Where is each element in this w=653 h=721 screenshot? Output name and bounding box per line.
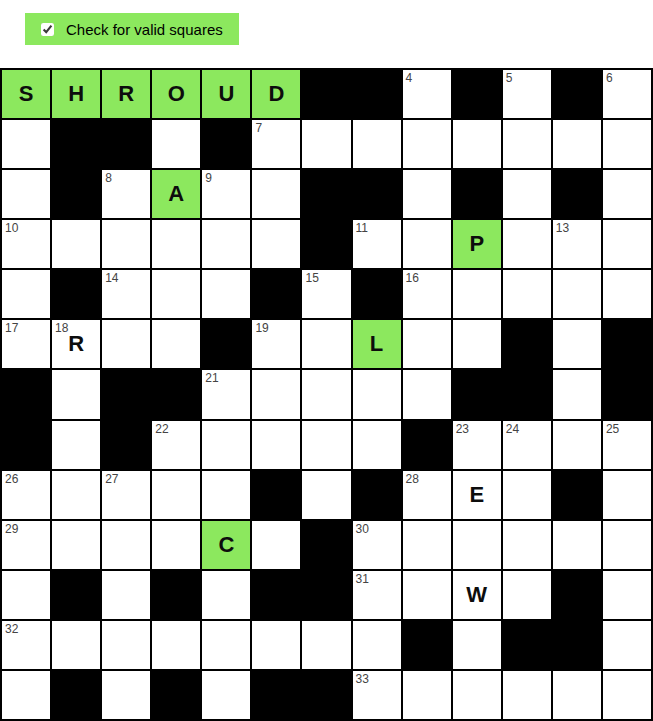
cell-r5c1[interactable]: [2, 270, 50, 318]
cell-r3c11[interactable]: [503, 170, 551, 218]
cell-r11c3[interactable]: [102, 571, 150, 619]
black-cell-r7c4: [152, 370, 200, 418]
clue-number-19: 19: [255, 321, 268, 335]
cell-r11c8[interactable]: 31: [353, 571, 401, 619]
cell-r4c2[interactable]: [52, 220, 100, 268]
cell-r2c1[interactable]: [2, 120, 50, 168]
cell-r13c13[interactable]: [603, 671, 651, 719]
cell-r5c3[interactable]: 14: [102, 270, 150, 318]
cell-r8c13[interactable]: 25: [603, 421, 651, 469]
black-cell-r13c4: [152, 671, 200, 719]
cell-r13c11[interactable]: [503, 671, 551, 719]
check-valid-squares-checkbox[interactable]: [41, 23, 54, 36]
black-cell-r3c2: [52, 170, 100, 218]
clue-number-32: 32: [5, 622, 18, 636]
black-cell-r11c4: [152, 571, 200, 619]
cell-r2c12[interactable]: [553, 120, 601, 168]
black-cell-r12c12: [553, 621, 601, 669]
black-cell-r3c7: [302, 170, 350, 218]
black-cell-r3c12: [553, 170, 601, 218]
cell-letter: C: [202, 521, 250, 569]
check-valid-squares-label: Check for valid squares: [66, 21, 223, 38]
black-cell-r1c8: [353, 70, 401, 118]
cell-r9c11[interactable]: [503, 471, 551, 519]
cell-r10c2[interactable]: [52, 521, 100, 569]
cell-r6c6[interactable]: 19: [252, 320, 300, 368]
cell-r2c6[interactable]: 7: [252, 120, 300, 168]
check-valid-squares-control: Check for valid squares: [25, 13, 239, 45]
cell-r12c2[interactable]: [52, 621, 100, 669]
cell-r3c5[interactable]: 9: [202, 170, 250, 218]
black-cell-r12c11: [503, 621, 551, 669]
cell-r9c5[interactable]: [202, 471, 250, 519]
clue-number-31: 31: [356, 572, 369, 586]
cell-r10c13[interactable]: [603, 521, 651, 569]
cell-r7c8[interactable]: [353, 370, 401, 418]
cell-r6c3[interactable]: [102, 320, 150, 368]
black-cell-r11c6: [252, 571, 300, 619]
clue-number-33: 33: [356, 672, 369, 686]
black-cell-r6c13: [603, 320, 651, 368]
cell-r6c12[interactable]: [553, 320, 601, 368]
black-cell-r4c7: [302, 220, 350, 268]
cell-r3c13[interactable]: [603, 170, 651, 218]
cell-r12c10[interactable]: [453, 621, 501, 669]
cell-r7c5[interactable]: 21: [202, 370, 250, 418]
cell-r11c9[interactable]: [403, 571, 451, 619]
cell-r5c7[interactable]: 15: [302, 270, 350, 318]
cell-r4c10[interactable]: P: [453, 220, 501, 268]
cell-r13c10[interactable]: [453, 671, 501, 719]
clue-number-22: 22: [155, 422, 168, 436]
cell-r3c3[interactable]: 8: [102, 170, 150, 218]
cell-r5c13[interactable]: [603, 270, 651, 318]
cell-r9c3[interactable]: 27: [102, 471, 150, 519]
cell-r9c7[interactable]: [302, 471, 350, 519]
cell-r4c1[interactable]: 10: [2, 220, 50, 268]
cell-r4c4[interactable]: [152, 220, 200, 268]
cell-r12c6[interactable]: [252, 621, 300, 669]
cell-r8c2[interactable]: [52, 421, 100, 469]
clue-number-30: 30: [356, 522, 369, 536]
clue-number-13: 13: [556, 221, 569, 235]
black-cell-r13c6: [252, 671, 300, 719]
cell-r10c8[interactable]: 30: [353, 521, 401, 569]
clue-number-27: 27: [105, 472, 118, 486]
cell-r4c5[interactable]: [202, 220, 250, 268]
cell-r8c5[interactable]: [202, 421, 250, 469]
black-cell-r7c13: [603, 370, 651, 418]
cell-r8c12[interactable]: [553, 421, 601, 469]
cell-r12c3[interactable]: [102, 621, 150, 669]
black-cell-r3c10: [453, 170, 501, 218]
cell-r10c9[interactable]: [403, 521, 451, 569]
cell-letter: E: [453, 471, 501, 519]
black-cell-r13c2: [52, 671, 100, 719]
cell-r4c11[interactable]: [503, 220, 551, 268]
cell-r7c2[interactable]: [52, 370, 100, 418]
cell-r4c6[interactable]: [252, 220, 300, 268]
cell-r7c9[interactable]: [403, 370, 451, 418]
cell-letter: S: [2, 70, 50, 118]
clue-number-9: 9: [205, 171, 212, 185]
black-cell-r8c9: [403, 421, 451, 469]
cell-r13c8[interactable]: 33: [353, 671, 401, 719]
cell-r10c10[interactable]: [453, 521, 501, 569]
cell-r4c12[interactable]: 13: [553, 220, 601, 268]
cell-r8c8[interactable]: [353, 421, 401, 469]
cell-r12c7[interactable]: [302, 621, 350, 669]
black-cell-r7c11: [503, 370, 551, 418]
black-cell-r12c9: [403, 621, 451, 669]
black-cell-r11c2: [52, 571, 100, 619]
black-cell-r13c7: [302, 671, 350, 719]
black-cell-r6c5: [202, 320, 250, 368]
cell-r10c5[interactable]: C: [202, 521, 250, 569]
cell-r10c1[interactable]: 29: [2, 521, 50, 569]
black-cell-r6c11: [503, 320, 551, 368]
cell-r1c9[interactable]: 4: [403, 70, 451, 118]
cell-r1c2[interactable]: H: [52, 70, 100, 118]
cell-r1c3[interactable]: R: [102, 70, 150, 118]
cell-r10c12[interactable]: [553, 521, 601, 569]
cell-r6c4[interactable]: [152, 320, 200, 368]
cell-r12c4[interactable]: [152, 621, 200, 669]
cell-r9c13[interactable]: [603, 471, 651, 519]
cell-r8c7[interactable]: [302, 421, 350, 469]
cell-r12c5[interactable]: [202, 621, 250, 669]
cell-letter: H: [52, 70, 100, 118]
cell-r10c3[interactable]: [102, 521, 150, 569]
cell-r11c10[interactable]: W: [453, 571, 501, 619]
clue-number-16: 16: [406, 271, 419, 285]
cell-r12c1[interactable]: 32: [2, 621, 50, 669]
cell-r1c6[interactable]: D: [252, 70, 300, 118]
cell-r7c7[interactable]: [302, 370, 350, 418]
clue-number-21: 21: [205, 371, 218, 385]
cell-r2c7[interactable]: [302, 120, 350, 168]
black-cell-r11c7: [302, 571, 350, 619]
cell-r1c13[interactable]: 6: [603, 70, 651, 118]
cell-r5c11[interactable]: [503, 270, 551, 318]
cell-r4c9[interactable]: [403, 220, 451, 268]
cell-r6c9[interactable]: [403, 320, 451, 368]
clue-number-17: 17: [5, 321, 18, 335]
cell-r5c5[interactable]: [202, 270, 250, 318]
cell-r6c7[interactable]: [302, 320, 350, 368]
clue-number-28: 28: [406, 472, 419, 486]
cell-r8c6[interactable]: [252, 421, 300, 469]
black-cell-r3c8: [353, 170, 401, 218]
cell-r1c5[interactable]: U: [202, 70, 250, 118]
black-cell-r5c2: [52, 270, 100, 318]
cell-r13c9[interactable]: [403, 671, 451, 719]
cell-r9c9[interactable]: 28: [403, 471, 451, 519]
crossword-board: SHROUD45678A91011P131415161718R19L212223…: [0, 68, 653, 721]
cell-r13c5[interactable]: [202, 671, 250, 719]
cell-r10c11[interactable]: [503, 521, 551, 569]
cell-letter: U: [202, 70, 250, 118]
cell-r3c9[interactable]: [403, 170, 451, 218]
cell-r8c10[interactable]: 23: [453, 421, 501, 469]
cell-r10c6[interactable]: [252, 521, 300, 569]
clue-number-25: 25: [606, 422, 619, 436]
cell-letter: L: [353, 320, 401, 368]
cell-r9c4[interactable]: [152, 471, 200, 519]
cell-r4c13[interactable]: [603, 220, 651, 268]
cell-r5c12[interactable]: [553, 270, 601, 318]
cell-r1c4[interactable]: O: [152, 70, 200, 118]
cell-r11c5[interactable]: [202, 571, 250, 619]
cell-r2c4[interactable]: [152, 120, 200, 168]
black-cell-r7c1: [2, 370, 50, 418]
clue-number-14: 14: [105, 271, 118, 285]
clue-number-6: 6: [606, 71, 613, 85]
cell-r3c1[interactable]: [2, 170, 50, 218]
cell-r12c8[interactable]: [353, 621, 401, 669]
black-cell-r9c6: [252, 471, 300, 519]
black-cell-r7c3: [102, 370, 150, 418]
cell-r2c8[interactable]: [353, 120, 401, 168]
cell-r11c11[interactable]: [503, 571, 551, 619]
black-cell-r1c12: [553, 70, 601, 118]
cell-r4c3[interactable]: [102, 220, 150, 268]
black-cell-r8c3: [102, 421, 150, 469]
cell-r12c13[interactable]: [603, 621, 651, 669]
cell-r3c6[interactable]: [252, 170, 300, 218]
clue-number-23: 23: [456, 422, 469, 436]
black-cell-r9c12: [553, 471, 601, 519]
cell-letter: P: [453, 220, 501, 268]
cell-r9c1[interactable]: 26: [2, 471, 50, 519]
clue-number-7: 7: [255, 121, 262, 135]
black-cell-r1c7: [302, 70, 350, 118]
cell-r1c11[interactable]: 5: [503, 70, 551, 118]
cell-r6c2[interactable]: 18R: [52, 320, 100, 368]
black-cell-r2c5: [202, 120, 250, 168]
black-cell-r2c2: [52, 120, 100, 168]
clue-number-29: 29: [5, 522, 18, 536]
cell-r2c10[interactable]: [453, 120, 501, 168]
cell-r10c4[interactable]: [152, 521, 200, 569]
cell-letter: R: [102, 70, 150, 118]
cell-letter: A: [152, 170, 200, 218]
black-cell-r2c3: [102, 120, 150, 168]
clue-number-10: 10: [5, 221, 18, 235]
cell-r6c1[interactable]: 17: [2, 320, 50, 368]
cell-r11c1[interactable]: [2, 571, 50, 619]
cell-r6c8[interactable]: L: [353, 320, 401, 368]
cell-letter: D: [252, 70, 300, 118]
cell-r13c1[interactable]: [2, 671, 50, 719]
cell-r8c4[interactable]: 22: [152, 421, 200, 469]
black-cell-r5c6: [252, 270, 300, 318]
cell-r7c6[interactable]: [252, 370, 300, 418]
cell-r8c11[interactable]: 24: [503, 421, 551, 469]
clue-number-4: 4: [406, 71, 413, 85]
clue-number-24: 24: [506, 422, 519, 436]
clue-number-15: 15: [305, 271, 318, 285]
black-cell-r1c10: [453, 70, 501, 118]
cell-letter: R: [52, 320, 100, 368]
cell-r3c4[interactable]: A: [152, 170, 200, 218]
cell-letter: O: [152, 70, 200, 118]
black-cell-r10c7: [302, 521, 350, 569]
black-cell-r8c1: [2, 421, 50, 469]
clue-number-26: 26: [5, 472, 18, 486]
cell-r9c2[interactable]: [52, 471, 100, 519]
cell-r9c10[interactable]: E: [453, 471, 501, 519]
cell-r7c12[interactable]: [553, 370, 601, 418]
clue-number-5: 5: [506, 71, 513, 85]
clue-number-8: 8: [105, 171, 112, 185]
cell-r13c12[interactable]: [553, 671, 601, 719]
cell-r5c9[interactable]: 16: [403, 270, 451, 318]
black-cell-r11c12: [553, 571, 601, 619]
cell-r2c13[interactable]: [603, 120, 651, 168]
black-cell-r5c8: [353, 270, 401, 318]
clue-number-11: 11: [356, 221, 368, 235]
cell-r2c11[interactable]: [503, 120, 551, 168]
cell-r1c1[interactable]: S: [2, 70, 50, 118]
black-cell-r7c10: [453, 370, 501, 418]
cell-r13c3[interactable]: [102, 671, 150, 719]
cell-r11c13[interactable]: [603, 571, 651, 619]
cell-r5c4[interactable]: [152, 270, 200, 318]
cell-letter: W: [453, 571, 501, 619]
cell-r6c10[interactable]: [453, 320, 501, 368]
cell-r5c10[interactable]: [453, 270, 501, 318]
cell-r4c8[interactable]: 11: [353, 220, 401, 268]
cell-r2c9[interactable]: [403, 120, 451, 168]
black-cell-r9c8: [353, 471, 401, 519]
